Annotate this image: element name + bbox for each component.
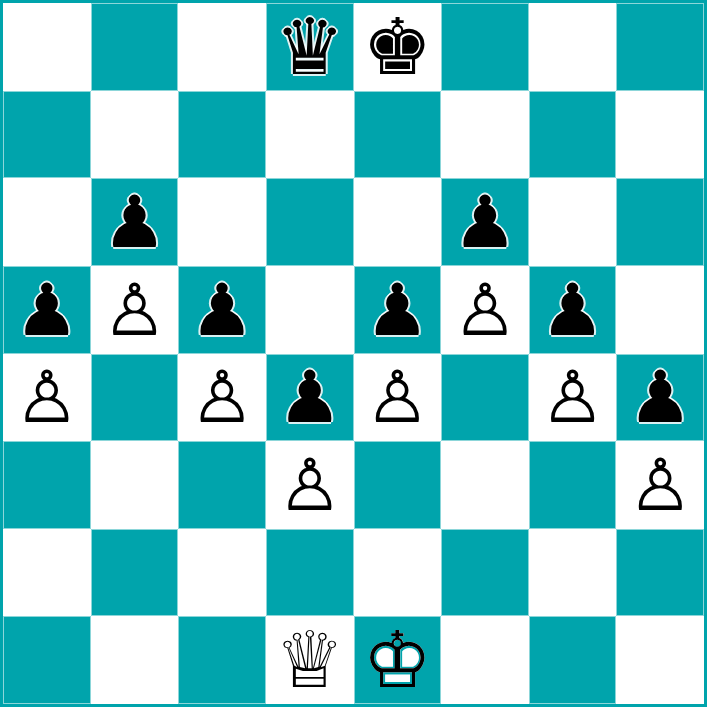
square-c4[interactable]: ♟♙ [178, 354, 266, 442]
square-c1[interactable] [178, 616, 266, 704]
white-pawn-outline-icon: ♙ [102, 274, 167, 346]
piece-white-pawn[interactable]: ♟♙ [102, 274, 167, 346]
black-pawn-icon: ♟ [15, 274, 80, 346]
square-d4[interactable]: ♟ [266, 354, 354, 442]
square-h3[interactable]: ♟♙ [616, 441, 704, 529]
square-f1[interactable] [441, 616, 529, 704]
square-h7[interactable] [616, 91, 704, 179]
square-a2[interactable] [3, 529, 91, 617]
piece-white-pawn[interactable]: ♟♙ [277, 449, 342, 521]
square-d3[interactable]: ♟♙ [266, 441, 354, 529]
square-c3[interactable] [178, 441, 266, 529]
black-pawn-icon: ♟ [628, 361, 693, 433]
piece-white-pawn[interactable]: ♟♙ [365, 361, 430, 433]
square-b1[interactable] [91, 616, 179, 704]
square-e4[interactable]: ♟♙ [354, 354, 442, 442]
piece-black-queen[interactable]: ♛ [275, 8, 345, 86]
square-a7[interactable] [3, 91, 91, 179]
square-b8[interactable] [91, 3, 179, 91]
piece-white-pawn[interactable]: ♟♙ [15, 361, 80, 433]
square-g2[interactable] [529, 529, 617, 617]
square-d8[interactable]: ♛ [266, 3, 354, 91]
square-h2[interactable] [616, 529, 704, 617]
piece-white-pawn[interactable]: ♟♙ [190, 361, 255, 433]
square-a5[interactable]: ♟ [3, 266, 91, 354]
chess-board-container: ♛♚♟♟♟♟♙♟♟♟♙♟♟♙♟♙♟♟♙♟♙♟♟♙♟♙♛♕♚♔ [0, 0, 707, 707]
black-pawn-icon: ♟ [277, 361, 342, 433]
piece-white-pawn[interactable]: ♟♙ [628, 449, 693, 521]
piece-black-pawn[interactable]: ♟ [365, 274, 430, 346]
square-h4[interactable]: ♟ [616, 354, 704, 442]
square-f4[interactable] [441, 354, 529, 442]
square-d5[interactable] [266, 266, 354, 354]
square-g8[interactable] [529, 3, 617, 91]
piece-black-pawn[interactable]: ♟ [190, 274, 255, 346]
piece-white-pawn[interactable]: ♟♙ [453, 274, 518, 346]
square-e3[interactable] [354, 441, 442, 529]
square-c5[interactable]: ♟ [178, 266, 266, 354]
square-e8[interactable]: ♚ [354, 3, 442, 91]
square-f6[interactable]: ♟ [441, 178, 529, 266]
black-queen-icon: ♛ [275, 8, 345, 86]
square-b7[interactable] [91, 91, 179, 179]
square-c7[interactable] [178, 91, 266, 179]
white-pawn-outline-icon: ♙ [540, 361, 605, 433]
piece-black-pawn[interactable]: ♟ [540, 274, 605, 346]
square-f2[interactable] [441, 529, 529, 617]
piece-black-pawn[interactable]: ♟ [102, 186, 167, 258]
white-pawn-outline-icon: ♙ [190, 361, 255, 433]
square-f5[interactable]: ♟♙ [441, 266, 529, 354]
white-pawn-outline-icon: ♙ [453, 274, 518, 346]
square-d6[interactable] [266, 178, 354, 266]
black-pawn-icon: ♟ [365, 274, 430, 346]
square-f3[interactable] [441, 441, 529, 529]
piece-black-pawn[interactable]: ♟ [453, 186, 518, 258]
square-h5[interactable] [616, 266, 704, 354]
piece-black-pawn[interactable]: ♟ [628, 361, 693, 433]
square-g1[interactable] [529, 616, 617, 704]
square-c2[interactable] [178, 529, 266, 617]
square-b3[interactable] [91, 441, 179, 529]
square-d1[interactable]: ♛♕ [266, 616, 354, 704]
square-g3[interactable] [529, 441, 617, 529]
black-pawn-icon: ♟ [102, 186, 167, 258]
square-d2[interactable] [266, 529, 354, 617]
white-king-outline-icon: ♔ [362, 621, 432, 699]
square-c8[interactable] [178, 3, 266, 91]
square-b5[interactable]: ♟♙ [91, 266, 179, 354]
square-c6[interactable] [178, 178, 266, 266]
square-g6[interactable] [529, 178, 617, 266]
square-h8[interactable] [616, 3, 704, 91]
piece-white-pawn[interactable]: ♟♙ [540, 361, 605, 433]
square-b2[interactable] [91, 529, 179, 617]
square-f8[interactable] [441, 3, 529, 91]
square-e6[interactable] [354, 178, 442, 266]
black-king-icon: ♚ [362, 8, 432, 86]
piece-black-pawn[interactable]: ♟ [277, 361, 342, 433]
square-g4[interactable]: ♟♙ [529, 354, 617, 442]
square-d7[interactable] [266, 91, 354, 179]
square-a4[interactable]: ♟♙ [3, 354, 91, 442]
square-b4[interactable] [91, 354, 179, 442]
square-h1[interactable] [616, 616, 704, 704]
square-b6[interactable]: ♟ [91, 178, 179, 266]
square-a8[interactable] [3, 3, 91, 91]
black-pawn-icon: ♟ [453, 186, 518, 258]
white-pawn-outline-icon: ♙ [628, 449, 693, 521]
square-a1[interactable] [3, 616, 91, 704]
square-h6[interactable] [616, 178, 704, 266]
square-g7[interactable] [529, 91, 617, 179]
black-pawn-icon: ♟ [540, 274, 605, 346]
square-a3[interactable] [3, 441, 91, 529]
white-pawn-outline-icon: ♙ [365, 361, 430, 433]
square-e7[interactable] [354, 91, 442, 179]
white-queen-outline-icon: ♕ [275, 621, 345, 699]
square-a6[interactable] [3, 178, 91, 266]
black-pawn-icon: ♟ [190, 274, 255, 346]
white-pawn-outline-icon: ♙ [15, 361, 80, 433]
square-g5[interactable]: ♟ [529, 266, 617, 354]
square-e1[interactable]: ♚♔ [354, 616, 442, 704]
piece-white-queen[interactable]: ♛♕ [275, 621, 345, 699]
piece-black-pawn[interactable]: ♟ [15, 274, 80, 346]
square-e5[interactable]: ♟ [354, 266, 442, 354]
square-f7[interactable] [441, 91, 529, 179]
piece-black-king[interactable]: ♚ [362, 8, 432, 86]
chess-board: ♛♚♟♟♟♟♙♟♟♟♙♟♟♙♟♙♟♟♙♟♙♟♟♙♟♙♛♕♚♔ [0, 0, 707, 707]
square-e2[interactable] [354, 529, 442, 617]
piece-white-king[interactable]: ♚♔ [362, 621, 432, 699]
white-pawn-outline-icon: ♙ [277, 449, 342, 521]
